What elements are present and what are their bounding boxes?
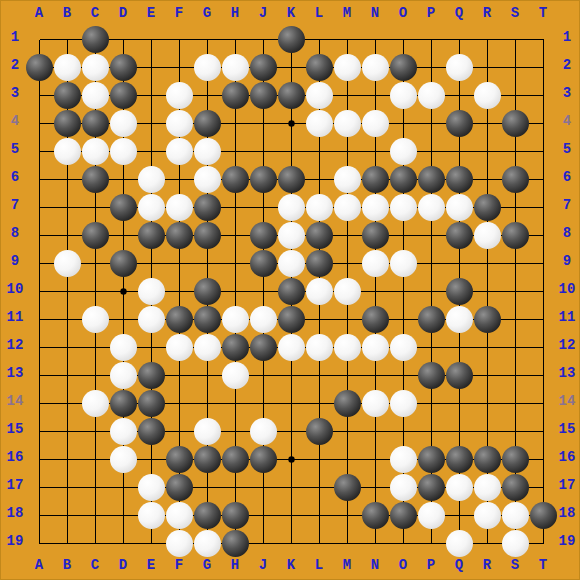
stone-white-M6 <box>334 166 361 193</box>
stone-white-N12 <box>362 334 389 361</box>
stone-white-D15 <box>110 418 137 445</box>
row-label-right-7: 7 <box>553 197 580 217</box>
row-label-left-1: 1 <box>1 29 29 49</box>
row-label-right-6: 6 <box>553 169 580 189</box>
stone-black-P11 <box>418 306 445 333</box>
stone-white-L4 <box>306 110 333 137</box>
stone-black-J12 <box>250 334 277 361</box>
stone-white-L12 <box>306 334 333 361</box>
stone-black-D7 <box>110 194 137 221</box>
stone-white-O14 <box>390 390 417 417</box>
stone-black-J9 <box>250 250 277 277</box>
stone-black-S4 <box>502 110 529 137</box>
col-label-bottom-D: D <box>109 557 137 577</box>
stone-black-L8 <box>306 222 333 249</box>
stone-black-Q6 <box>446 166 473 193</box>
stone-black-K10 <box>278 278 305 305</box>
col-label-top-O: O <box>389 5 417 25</box>
stone-white-N4 <box>362 110 389 137</box>
stone-white-P18 <box>418 502 445 529</box>
stone-black-L2 <box>306 54 333 81</box>
col-label-bottom-R: R <box>473 557 501 577</box>
col-label-bottom-H: H <box>221 557 249 577</box>
stone-black-Q13 <box>446 362 473 389</box>
row-label-left-2: 2 <box>1 57 29 77</box>
col-label-bottom-L: L <box>305 557 333 577</box>
stone-black-F17 <box>166 474 193 501</box>
stone-black-Q16 <box>446 446 473 473</box>
row-label-right-8: 8 <box>553 225 580 245</box>
stone-black-R11 <box>474 306 501 333</box>
stone-white-E7 <box>138 194 165 221</box>
stone-white-G12 <box>194 334 221 361</box>
stone-white-L7 <box>306 194 333 221</box>
row-label-right-17: 17 <box>553 477 580 497</box>
stone-white-C5 <box>82 138 109 165</box>
stone-black-G4 <box>194 110 221 137</box>
row-label-left-19: 19 <box>1 533 29 553</box>
stone-white-P3 <box>418 82 445 109</box>
stone-black-N8 <box>362 222 389 249</box>
star-point-K16 <box>288 456 294 462</box>
stone-white-G15 <box>194 418 221 445</box>
stone-black-P13 <box>418 362 445 389</box>
col-label-top-K: K <box>277 5 305 25</box>
col-label-top-C: C <box>81 5 109 25</box>
col-label-top-H: H <box>221 5 249 25</box>
stone-black-O2 <box>390 54 417 81</box>
stone-black-J8 <box>250 222 277 249</box>
stone-black-G18 <box>194 502 221 529</box>
stone-black-G16 <box>194 446 221 473</box>
stone-white-Q7 <box>446 194 473 221</box>
stone-white-K7 <box>278 194 305 221</box>
stone-white-R18 <box>474 502 501 529</box>
row-label-right-5: 5 <box>553 141 580 161</box>
row-label-left-17: 17 <box>1 477 29 497</box>
row-label-right-9: 9 <box>553 253 580 273</box>
stone-black-P16 <box>418 446 445 473</box>
stone-black-Q10 <box>446 278 473 305</box>
stone-black-S8 <box>502 222 529 249</box>
stone-white-D5 <box>110 138 137 165</box>
col-label-top-E: E <box>137 5 165 25</box>
stone-white-Q19 <box>446 530 473 557</box>
col-label-top-M: M <box>333 5 361 25</box>
row-label-right-11: 11 <box>553 309 580 329</box>
col-label-top-P: P <box>417 5 445 25</box>
row-label-left-8: 8 <box>1 225 29 245</box>
row-label-left-16: 16 <box>1 449 29 469</box>
col-label-top-G: G <box>193 5 221 25</box>
stone-white-D12 <box>110 334 137 361</box>
stone-black-G8 <box>194 222 221 249</box>
stone-black-B4 <box>54 110 81 137</box>
col-label-bottom-K: K <box>277 557 305 577</box>
stone-white-K8 <box>278 222 305 249</box>
col-label-top-T: T <box>529 5 557 25</box>
row-label-left-14: 14 <box>1 393 29 413</box>
stone-black-G10 <box>194 278 221 305</box>
stone-white-M10 <box>334 278 361 305</box>
col-label-bottom-P: P <box>417 557 445 577</box>
stone-white-E17 <box>138 474 165 501</box>
stone-black-D3 <box>110 82 137 109</box>
stone-black-N6 <box>362 166 389 193</box>
row-label-left-9: 9 <box>1 253 29 273</box>
row-label-right-13: 13 <box>553 365 580 385</box>
stone-white-F19 <box>166 530 193 557</box>
stone-white-P7 <box>418 194 445 221</box>
stone-black-O18 <box>390 502 417 529</box>
row-label-right-14: 14 <box>553 393 580 413</box>
stone-black-E14 <box>138 390 165 417</box>
stone-white-L3 <box>306 82 333 109</box>
stone-white-G5 <box>194 138 221 165</box>
stone-white-F7 <box>166 194 193 221</box>
stone-black-D2 <box>110 54 137 81</box>
stone-white-B5 <box>54 138 81 165</box>
row-label-left-6: 6 <box>1 169 29 189</box>
stone-white-E18 <box>138 502 165 529</box>
stone-black-L15 <box>306 418 333 445</box>
stone-white-O16 <box>390 446 417 473</box>
stone-black-H6 <box>222 166 249 193</box>
col-label-top-B: B <box>53 5 81 25</box>
stone-white-D13 <box>110 362 137 389</box>
row-label-left-3: 3 <box>1 85 29 105</box>
stone-white-N7 <box>362 194 389 221</box>
stone-white-E11 <box>138 306 165 333</box>
stone-black-L9 <box>306 250 333 277</box>
stone-black-K11 <box>278 306 305 333</box>
stone-black-P6 <box>418 166 445 193</box>
stone-white-O7 <box>390 194 417 221</box>
stone-white-J15 <box>250 418 277 445</box>
stone-black-N11 <box>362 306 389 333</box>
stone-white-E6 <box>138 166 165 193</box>
stone-black-M17 <box>334 474 361 501</box>
row-label-right-19: 19 <box>553 533 580 553</box>
stone-black-D9 <box>110 250 137 277</box>
stone-black-R16 <box>474 446 501 473</box>
col-label-bottom-E: E <box>137 557 165 577</box>
stone-black-K6 <box>278 166 305 193</box>
row-label-right-15: 15 <box>553 421 580 441</box>
stone-white-S18 <box>502 502 529 529</box>
stone-white-Q2 <box>446 54 473 81</box>
stone-black-P17 <box>418 474 445 501</box>
col-label-bottom-C: C <box>81 557 109 577</box>
stone-black-K3 <box>278 82 305 109</box>
row-label-right-3: 3 <box>553 85 580 105</box>
stone-white-G19 <box>194 530 221 557</box>
star-point-D10 <box>120 288 126 294</box>
col-label-bottom-M: M <box>333 557 361 577</box>
stone-white-O3 <box>390 82 417 109</box>
col-label-bottom-O: O <box>389 557 417 577</box>
stone-white-N9 <box>362 250 389 277</box>
stone-black-S16 <box>502 446 529 473</box>
stone-white-S19 <box>502 530 529 557</box>
stone-black-G11 <box>194 306 221 333</box>
row-label-right-4: 4 <box>553 113 580 133</box>
row-label-left-11: 11 <box>1 309 29 329</box>
stone-black-G7 <box>194 194 221 221</box>
stone-black-C6 <box>82 166 109 193</box>
stone-white-D4 <box>110 110 137 137</box>
col-label-top-D: D <box>109 5 137 25</box>
star-point-K4 <box>288 120 294 126</box>
stone-white-H11 <box>222 306 249 333</box>
stone-black-Q4 <box>446 110 473 137</box>
stone-black-D14 <box>110 390 137 417</box>
row-label-left-13: 13 <box>1 365 29 385</box>
stone-black-J16 <box>250 446 277 473</box>
stone-white-K12 <box>278 334 305 361</box>
stone-black-S17 <box>502 474 529 501</box>
stone-black-J2 <box>250 54 277 81</box>
stone-black-A2 <box>26 54 53 81</box>
stone-white-F12 <box>166 334 193 361</box>
stone-black-F8 <box>166 222 193 249</box>
row-label-left-5: 5 <box>1 141 29 161</box>
col-label-bottom-A: A <box>25 557 53 577</box>
go-board-window: AABBCCDDEEFFGGHHJJKKLLMMNNOOPPQQRRSSTT11… <box>0 0 580 580</box>
stone-white-G2 <box>194 54 221 81</box>
stone-white-C14 <box>82 390 109 417</box>
row-label-right-1: 1 <box>553 29 580 49</box>
stone-white-F18 <box>166 502 193 529</box>
stone-white-C11 <box>82 306 109 333</box>
col-label-bottom-F: F <box>165 557 193 577</box>
col-label-bottom-T: T <box>529 557 557 577</box>
row-label-left-18: 18 <box>1 505 29 525</box>
stone-black-O6 <box>390 166 417 193</box>
stone-white-M4 <box>334 110 361 137</box>
stone-white-C3 <box>82 82 109 109</box>
stone-white-L10 <box>306 278 333 305</box>
stone-white-B2 <box>54 54 81 81</box>
stone-black-R7 <box>474 194 501 221</box>
row-label-left-7: 7 <box>1 197 29 217</box>
stone-black-C4 <box>82 110 109 137</box>
stone-white-F5 <box>166 138 193 165</box>
stone-black-H16 <box>222 446 249 473</box>
stone-white-Q11 <box>446 306 473 333</box>
stone-black-F11 <box>166 306 193 333</box>
row-label-right-10: 10 <box>553 281 580 301</box>
stone-white-Q17 <box>446 474 473 501</box>
stone-black-E15 <box>138 418 165 445</box>
row-label-left-12: 12 <box>1 337 29 357</box>
stone-white-O5 <box>390 138 417 165</box>
col-label-bottom-Q: Q <box>445 557 473 577</box>
stone-white-K9 <box>278 250 305 277</box>
stone-black-E13 <box>138 362 165 389</box>
stone-white-E10 <box>138 278 165 305</box>
col-label-bottom-S: S <box>501 557 529 577</box>
stone-black-C8 <box>82 222 109 249</box>
col-label-top-J: J <box>249 5 277 25</box>
col-label-bottom-G: G <box>193 557 221 577</box>
stone-black-H18 <box>222 502 249 529</box>
stone-white-O9 <box>390 250 417 277</box>
stone-white-M12 <box>334 334 361 361</box>
col-label-bottom-N: N <box>361 557 389 577</box>
row-label-right-12: 12 <box>553 337 580 357</box>
stone-white-G6 <box>194 166 221 193</box>
stone-black-C1 <box>82 26 109 53</box>
col-label-top-F: F <box>165 5 193 25</box>
stone-black-Q8 <box>446 222 473 249</box>
row-label-left-4: 4 <box>1 113 29 133</box>
stone-black-B3 <box>54 82 81 109</box>
stone-white-O12 <box>390 334 417 361</box>
stone-black-H19 <box>222 530 249 557</box>
stone-white-O17 <box>390 474 417 501</box>
stone-white-M7 <box>334 194 361 221</box>
stone-black-E8 <box>138 222 165 249</box>
stone-black-M14 <box>334 390 361 417</box>
stone-white-N14 <box>362 390 389 417</box>
row-label-right-18: 18 <box>553 505 580 525</box>
col-label-top-S: S <box>501 5 529 25</box>
stone-white-F4 <box>166 110 193 137</box>
stone-black-N18 <box>362 502 389 529</box>
stone-white-D16 <box>110 446 137 473</box>
col-label-top-R: R <box>473 5 501 25</box>
row-label-right-2: 2 <box>553 57 580 77</box>
col-label-bottom-J: J <box>249 557 277 577</box>
stone-black-H3 <box>222 82 249 109</box>
stone-black-F16 <box>166 446 193 473</box>
col-label-top-L: L <box>305 5 333 25</box>
col-label-top-A: A <box>25 5 53 25</box>
stone-white-H13 <box>222 362 249 389</box>
stone-white-F3 <box>166 82 193 109</box>
stone-black-S6 <box>502 166 529 193</box>
col-label-top-N: N <box>361 5 389 25</box>
col-label-bottom-B: B <box>53 557 81 577</box>
row-label-left-15: 15 <box>1 421 29 441</box>
stone-white-N2 <box>362 54 389 81</box>
stone-white-R17 <box>474 474 501 501</box>
row-label-left-10: 10 <box>1 281 29 301</box>
stone-white-R3 <box>474 82 501 109</box>
stone-white-M2 <box>334 54 361 81</box>
col-label-top-Q: Q <box>445 5 473 25</box>
stone-white-H2 <box>222 54 249 81</box>
row-label-right-16: 16 <box>553 449 580 469</box>
stone-white-B9 <box>54 250 81 277</box>
stone-white-R8 <box>474 222 501 249</box>
stone-black-J6 <box>250 166 277 193</box>
stone-white-J11 <box>250 306 277 333</box>
stone-black-H12 <box>222 334 249 361</box>
stone-black-K1 <box>278 26 305 53</box>
stone-black-J3 <box>250 82 277 109</box>
stone-white-C2 <box>82 54 109 81</box>
